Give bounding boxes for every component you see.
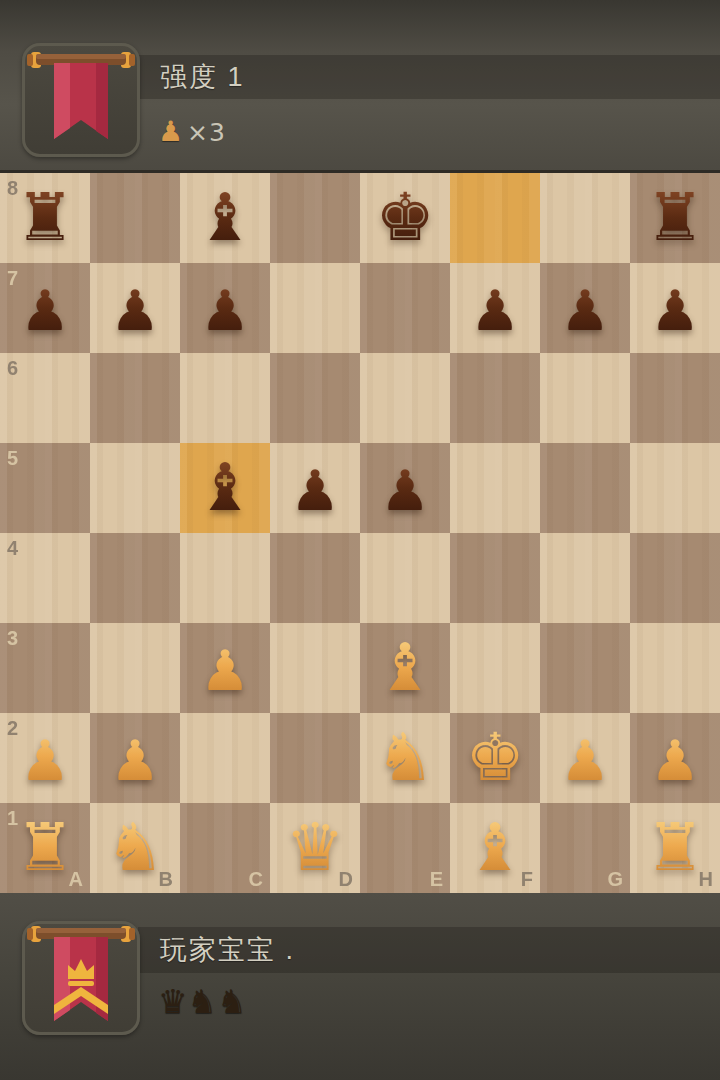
square-e1[interactable]: E (360, 803, 450, 893)
black-pawn-f7[interactable]: ♟ (450, 263, 540, 353)
opponent-name: 强度 1 (138, 59, 245, 95)
square-d7[interactable] (270, 263, 360, 353)
square-c6[interactable] (180, 353, 270, 443)
captured-black-knight-icon: ♞ (188, 985, 216, 1018)
square-h1[interactable]: H♜ (630, 803, 720, 893)
opponent-panel: 强度 1 ♟ ×3 (0, 0, 720, 173)
square-b3[interactable] (90, 623, 180, 713)
square-h4[interactable] (630, 533, 720, 623)
white-bishop-e3[interactable]: ♝ (360, 623, 450, 713)
file-label-e: E (430, 869, 443, 889)
square-f7[interactable]: ♟ (450, 263, 540, 353)
square-f2[interactable]: ♚ (450, 713, 540, 803)
square-b1[interactable]: B♞ (90, 803, 180, 893)
square-c8[interactable]: ♝ (180, 173, 270, 263)
square-c7[interactable]: ♟ (180, 263, 270, 353)
black-bishop-c5[interactable]: ♝ (180, 443, 270, 533)
square-f4[interactable] (450, 533, 540, 623)
opponent-avatar[interactable] (22, 43, 140, 157)
square-a8[interactable]: 8♜ (0, 173, 90, 263)
red-banner-icon (22, 43, 140, 157)
rank-label-6: 6 (7, 358, 18, 378)
white-pawn-h2[interactable]: ♟ (630, 713, 720, 803)
file-label-b: B (159, 869, 173, 889)
black-pawn-g7[interactable]: ♟ (540, 263, 630, 353)
black-bishop-c8[interactable]: ♝ (180, 173, 270, 263)
square-c3[interactable]: ♟ (180, 623, 270, 713)
square-a1[interactable]: 1A♜ (0, 803, 90, 893)
black-pawn-b7[interactable]: ♟ (90, 263, 180, 353)
square-d2[interactable] (270, 713, 360, 803)
square-e4[interactable] (360, 533, 450, 623)
square-b4[interactable] (90, 533, 180, 623)
square-g5[interactable] (540, 443, 630, 533)
player-captured-tray: ♛ ♞ ♞ (158, 979, 245, 1023)
square-h8[interactable]: ♜ (630, 173, 720, 263)
square-d5[interactable]: ♟ (270, 443, 360, 533)
square-f5[interactable] (450, 443, 540, 533)
rank-label-5: 5 (7, 448, 18, 468)
opponent-name-strip: 强度 1 (138, 55, 720, 99)
red-banner-crown-icon (22, 921, 140, 1035)
square-a3[interactable]: 3 (0, 623, 90, 713)
file-label-g: G (607, 869, 623, 889)
square-h3[interactable] (630, 623, 720, 713)
captured-count-label: ×3 (185, 120, 226, 145)
file-label-f: F (521, 869, 533, 889)
opponent-captured-tray: ♟ ×3 (158, 112, 226, 152)
square-a5[interactable]: 5 (0, 443, 90, 533)
player-panel: 玩家宝宝 . ♛ ♞ ♞ (0, 893, 720, 1080)
square-a7[interactable]: 7♟ (0, 263, 90, 353)
black-rook-h8[interactable]: ♜ (630, 173, 720, 263)
square-e3[interactable]: ♝ (360, 623, 450, 713)
square-g8[interactable] (540, 173, 630, 263)
square-a2[interactable]: 2♟ (0, 713, 90, 803)
square-f1[interactable]: F♝ (450, 803, 540, 893)
square-e6[interactable] (360, 353, 450, 443)
black-pawn-e5[interactable]: ♟ (360, 443, 450, 533)
square-h6[interactable] (630, 353, 720, 443)
square-c1[interactable]: C (180, 803, 270, 893)
square-b8[interactable] (90, 173, 180, 263)
square-g1[interactable]: G (540, 803, 630, 893)
square-a6[interactable]: 6 (0, 353, 90, 443)
square-e5[interactable]: ♟ (360, 443, 450, 533)
black-pawn-d5[interactable]: ♟ (270, 443, 360, 533)
rank-label-8: 8 (7, 178, 18, 198)
rank-label-3: 3 (7, 628, 18, 648)
white-pawn-c3[interactable]: ♟ (180, 623, 270, 713)
square-g6[interactable] (540, 353, 630, 443)
square-f8[interactable] (450, 173, 540, 263)
square-b6[interactable] (90, 353, 180, 443)
square-c5[interactable]: ♝ (180, 443, 270, 533)
captured-black-queen-icon: ♛ (158, 985, 186, 1018)
rank-label-7: 7 (7, 268, 18, 288)
square-b2[interactable]: ♟ (90, 713, 180, 803)
rank-label-2: 2 (7, 718, 18, 738)
chess-app-screen: 强度 1 ♟ ×3 8♜♝♚♜7♟♟♟♟♟♟65♝♟♟43♟♝2♟♟♞♚♟♟1A… (0, 0, 720, 1080)
player-name: 玩家宝宝 . (138, 932, 295, 968)
square-h5[interactable] (630, 443, 720, 533)
square-d3[interactable] (270, 623, 360, 713)
white-king-f2[interactable]: ♚ (450, 713, 540, 803)
black-pawn-c7[interactable]: ♟ (180, 263, 270, 353)
white-knight-e2[interactable]: ♞ (360, 713, 450, 803)
player-avatar[interactable] (22, 921, 140, 1035)
square-c4[interactable] (180, 533, 270, 623)
black-pawn-h7[interactable]: ♟ (630, 263, 720, 353)
rank-label-1: 1 (7, 808, 18, 828)
square-g4[interactable] (540, 533, 630, 623)
square-b7[interactable]: ♟ (90, 263, 180, 353)
file-label-a: A (69, 869, 83, 889)
square-g3[interactable] (540, 623, 630, 713)
square-c2[interactable] (180, 713, 270, 803)
square-a4[interactable]: 4 (0, 533, 90, 623)
square-g2[interactable]: ♟ (540, 713, 630, 803)
white-pawn-g2[interactable]: ♟ (540, 713, 630, 803)
file-label-c: C (249, 869, 263, 889)
square-d4[interactable] (270, 533, 360, 623)
square-e7[interactable] (360, 263, 450, 353)
square-d8[interactable] (270, 173, 360, 263)
chess-board: 8♜♝♚♜7♟♟♟♟♟♟65♝♟♟43♟♝2♟♟♞♚♟♟1A♜B♞CD♛EF♝G… (0, 173, 720, 893)
square-f3[interactable] (450, 623, 540, 713)
rank-label-4: 4 (7, 538, 18, 558)
black-king-e8[interactable]: ♚ (360, 173, 450, 263)
square-e2[interactable]: ♞ (360, 713, 450, 803)
square-d6[interactable] (270, 353, 360, 443)
square-d1[interactable]: D♛ (270, 803, 360, 893)
square-h7[interactable]: ♟ (630, 263, 720, 353)
square-b5[interactable] (90, 443, 180, 533)
captured-black-knight-icon: ♞ (217, 985, 245, 1018)
player-name-strip: 玩家宝宝 . (138, 927, 720, 973)
white-pawn-b2[interactable]: ♟ (90, 713, 180, 803)
square-g7[interactable]: ♟ (540, 263, 630, 353)
square-f6[interactable] (450, 353, 540, 443)
square-h2[interactable]: ♟ (630, 713, 720, 803)
captured-white-pawn-icon: ♟ (158, 118, 183, 146)
file-label-d: D (339, 869, 353, 889)
file-label-h: H (699, 869, 713, 889)
square-e8[interactable]: ♚ (360, 173, 450, 263)
